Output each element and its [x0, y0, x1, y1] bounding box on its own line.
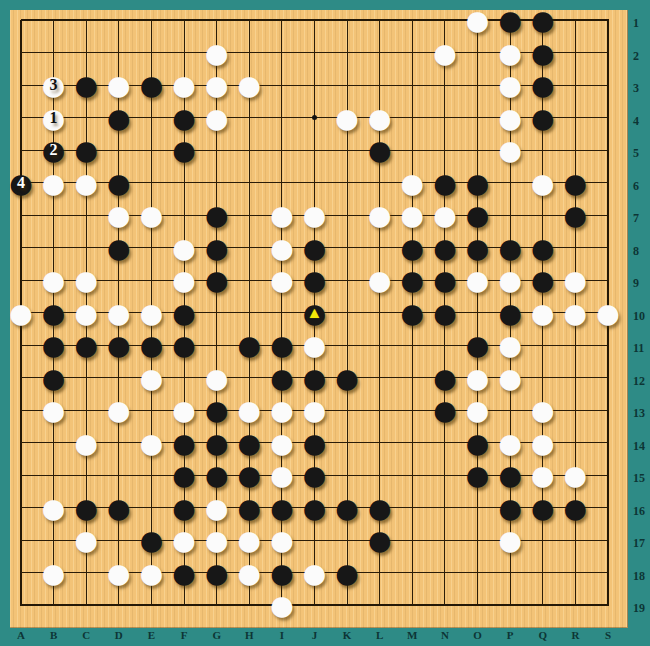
stone-O15[interactable]: ●	[461, 458, 495, 492]
stone-N13[interactable]: ●	[428, 393, 462, 427]
stone-B16[interactable]: ●	[37, 491, 71, 525]
stone-L9[interactable]: ●	[363, 263, 397, 297]
stone-D18[interactable]: ●	[102, 556, 136, 590]
stone-C14[interactable]: ●	[69, 426, 103, 460]
col-label-N: N	[435, 629, 455, 641]
stone-D13[interactable]: ●	[102, 393, 136, 427]
row-label-2: 2	[633, 49, 650, 64]
row-label-7: 7	[633, 211, 650, 226]
col-label-M: M	[402, 629, 422, 641]
row-label-3: 3	[633, 81, 650, 96]
grid-line-vertical	[477, 20, 478, 606]
col-label-A: A	[11, 629, 31, 641]
stone-L7[interactable]: ●	[363, 198, 397, 232]
stone-J18[interactable]: ●	[297, 556, 331, 590]
stone-L5[interactable]: ●	[363, 133, 397, 167]
move-number-label: 4	[4, 166, 38, 200]
stone-E18[interactable]: ●	[134, 556, 168, 590]
stone-H11[interactable]: ●	[232, 328, 266, 362]
stone-G4[interactable]: ●	[200, 101, 234, 135]
stone-D4[interactable]: ●	[102, 101, 136, 135]
stone-O1[interactable]: ●	[461, 3, 495, 37]
stone-A6[interactable]: ●4	[4, 166, 38, 200]
stone-E7[interactable]: ●	[134, 198, 168, 232]
row-label-9: 9	[633, 276, 650, 291]
stone-Q16[interactable]: ●	[526, 491, 560, 525]
stone-B18[interactable]: ●	[37, 556, 71, 590]
stone-G18[interactable]: ●	[200, 556, 234, 590]
stone-J16[interactable]: ●	[297, 491, 331, 525]
col-label-C: C	[76, 629, 96, 641]
stone-Q6[interactable]: ●	[526, 166, 560, 200]
stone-C17[interactable]: ●	[69, 523, 103, 557]
col-label-F: F	[174, 629, 194, 641]
col-label-B: B	[44, 629, 64, 641]
stone-M10[interactable]: ●	[395, 296, 429, 330]
col-label-Q: Q	[533, 629, 553, 641]
row-label-16: 16	[633, 504, 650, 519]
row-label-11: 11	[633, 341, 650, 356]
stone-I19[interactable]: ●	[265, 588, 299, 622]
stone-H18[interactable]: ●	[232, 556, 266, 590]
stone-R7[interactable]: ●	[558, 198, 592, 232]
goban[interactable]: ●●●●●●●●3●●●●●●●●●1●●●●●●●●2●●●●●4●●●●●●…	[10, 10, 628, 628]
stone-F18[interactable]: ●	[167, 556, 201, 590]
row-label-4: 4	[633, 114, 650, 129]
stone-C6[interactable]: ●	[69, 166, 103, 200]
row-label-19: 19	[633, 601, 650, 616]
stone-Q10[interactable]: ●	[526, 296, 560, 330]
stone-C11[interactable]: ●	[69, 328, 103, 362]
col-label-K: K	[337, 629, 357, 641]
row-label-18: 18	[633, 569, 650, 584]
row-label-1: 1	[633, 16, 650, 31]
stone-E14[interactable]: ●	[134, 426, 168, 460]
col-label-G: G	[207, 629, 227, 641]
row-label-13: 13	[633, 406, 650, 421]
stone-D8[interactable]: ●	[102, 231, 136, 265]
stone-Q4[interactable]: ●	[526, 101, 560, 135]
col-label-R: R	[565, 629, 585, 641]
stone-N10[interactable]: ●	[428, 296, 462, 330]
board-frame: ●●●●●●●●3●●●●●●●●●1●●●●●●●●2●●●●●4●●●●●●…	[0, 0, 650, 646]
stone-G9[interactable]: ●	[200, 263, 234, 297]
row-label-5: 5	[633, 146, 650, 161]
stone-I9[interactable]: ●	[265, 263, 299, 297]
stone-K16[interactable]: ●	[330, 491, 364, 525]
col-label-P: P	[500, 629, 520, 641]
row-label-12: 12	[633, 374, 650, 389]
stone-H3[interactable]: ●	[232, 68, 266, 102]
stone-F11[interactable]: ●	[167, 328, 201, 362]
stone-F5[interactable]: ●	[167, 133, 201, 167]
row-label-8: 8	[633, 244, 650, 259]
col-label-E: E	[141, 629, 161, 641]
col-label-D: D	[109, 629, 129, 641]
stone-D11[interactable]: ●	[102, 328, 136, 362]
stone-K4[interactable]: ●	[330, 101, 364, 135]
stone-O9[interactable]: ●	[461, 263, 495, 297]
stone-K18[interactable]: ●	[330, 556, 364, 590]
stone-R16[interactable]: ●	[558, 491, 592, 525]
grid-line-horizontal	[21, 604, 609, 606]
row-label-17: 17	[633, 536, 650, 551]
stone-D16[interactable]: ●	[102, 491, 136, 525]
col-label-S: S	[598, 629, 618, 641]
stone-N2[interactable]: ●	[428, 36, 462, 70]
star-point	[312, 115, 317, 120]
row-label-14: 14	[633, 439, 650, 454]
stone-P5[interactable]: ●	[493, 133, 527, 167]
col-label-H: H	[239, 629, 259, 641]
col-label-J: J	[304, 629, 324, 641]
stone-E3[interactable]: ●	[134, 68, 168, 102]
col-label-I: I	[272, 629, 292, 641]
stone-L17[interactable]: ●	[363, 523, 397, 557]
row-label-15: 15	[633, 471, 650, 486]
stone-P17[interactable]: ●	[493, 523, 527, 557]
stone-S10[interactable]: ●	[591, 296, 625, 330]
stone-R10[interactable]: ●	[558, 296, 592, 330]
row-label-6: 6	[633, 179, 650, 194]
stone-K12[interactable]: ●	[330, 361, 364, 395]
stone-E12[interactable]: ●	[134, 361, 168, 395]
stone-C3[interactable]: ●	[69, 68, 103, 102]
col-label-L: L	[370, 629, 390, 641]
stone-B6[interactable]: ●	[37, 166, 71, 200]
stone-B13[interactable]: ●	[37, 393, 71, 427]
col-label-O: O	[468, 629, 488, 641]
row-label-10: 10	[633, 309, 650, 324]
stone-P12[interactable]: ●	[493, 361, 527, 395]
stone-A10[interactable]: ●	[4, 296, 38, 330]
